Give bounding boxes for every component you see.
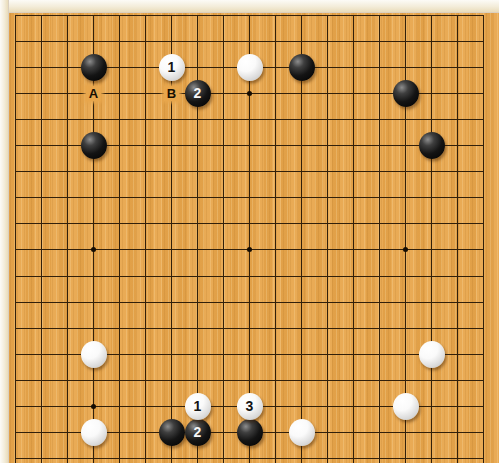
- stone-cell[interactable]: [419, 132, 445, 158]
- star-point: [81, 393, 107, 419]
- move-number: 3: [246, 399, 254, 413]
- stone-black[interactable]: [81, 132, 107, 159]
- point-label-B[interactable]: B: [159, 80, 185, 106]
- star-point-dot: [247, 91, 252, 96]
- stone-black-move-2[interactable]: 2: [185, 419, 211, 446]
- stone-white-move-1[interactable]: 1: [185, 393, 211, 420]
- star-point-dot: [247, 247, 252, 252]
- star-point: [393, 237, 419, 263]
- stone-cell[interactable]: [289, 419, 315, 445]
- star-point: [237, 80, 263, 106]
- stone-white[interactable]: [419, 341, 445, 368]
- stone-cell[interactable]: [81, 341, 107, 367]
- move-number: 2: [194, 86, 202, 100]
- stone-cell[interactable]: 3: [237, 393, 263, 419]
- stone-cell[interactable]: [289, 54, 315, 80]
- label-B[interactable]: B: [164, 86, 179, 101]
- star-point: [237, 237, 263, 263]
- star-point-dot: [91, 404, 96, 409]
- stone-white-move-1[interactable]: 1: [159, 54, 185, 81]
- stone-white[interactable]: [393, 393, 419, 420]
- point-label-A[interactable]: A: [81, 80, 107, 106]
- stone-cell[interactable]: [237, 419, 263, 445]
- stone-cell[interactable]: [81, 419, 107, 445]
- move-number: 1: [168, 60, 176, 74]
- stone-cell[interactable]: 2: [185, 80, 211, 106]
- stone-cell[interactable]: [393, 80, 419, 106]
- stone-black[interactable]: [419, 132, 445, 159]
- move-number: 2: [194, 425, 202, 439]
- stone-white[interactable]: [81, 341, 107, 368]
- go-diagram: AB22113: [0, 0, 499, 463]
- board-grid[interactable]: AB22113: [3, 2, 497, 463]
- stone-cell[interactable]: [419, 341, 445, 367]
- move-number: 1: [194, 399, 202, 413]
- stone-white[interactable]: [237, 54, 263, 81]
- stone-cell[interactable]: 1: [159, 54, 185, 80]
- stone-cell[interactable]: [393, 393, 419, 419]
- stone-cell[interactable]: 1: [185, 393, 211, 419]
- stone-cell[interactable]: [237, 54, 263, 80]
- stone-white-move-3[interactable]: 3: [237, 393, 263, 420]
- stone-black[interactable]: [393, 80, 419, 107]
- stone-black[interactable]: [289, 54, 315, 81]
- board-margin-top: [0, 0, 499, 13]
- star-point: [81, 237, 107, 263]
- board-margin-left: [0, 0, 9, 463]
- stone-black[interactable]: [237, 419, 263, 446]
- stone-cell[interactable]: [81, 54, 107, 80]
- stone-black[interactable]: [81, 54, 107, 81]
- stone-white[interactable]: [289, 419, 315, 446]
- stone-cell[interactable]: 2: [185, 419, 211, 445]
- stone-white[interactable]: [81, 419, 107, 446]
- stone-cell[interactable]: [81, 132, 107, 158]
- stone-cell[interactable]: [159, 419, 185, 445]
- star-point-dot: [91, 247, 96, 252]
- label-A[interactable]: A: [86, 86, 101, 101]
- stone-black-move-2[interactable]: 2: [185, 80, 211, 107]
- stone-black[interactable]: [159, 419, 185, 446]
- star-point-dot: [403, 247, 408, 252]
